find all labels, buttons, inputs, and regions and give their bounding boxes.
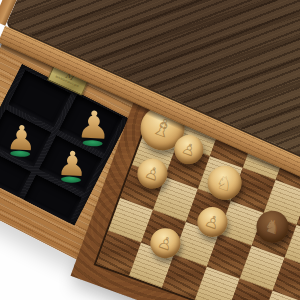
stored-pawn-glyph: ♟ — [75, 105, 111, 145]
white-knight-glyph: ♘ — [213, 171, 236, 195]
black-knight-glyph: ♞ — [262, 216, 283, 238]
white-pawn-glyph: ♙ — [142, 163, 162, 184]
stored-white-pawn-1: ♟ — [5, 120, 37, 158]
board-piece-white-pawn: ♙ — [146, 224, 184, 262]
white-pawn-glyph: ♙ — [179, 140, 198, 160]
board-piece-white-knight: ♘ — [203, 161, 247, 205]
chess-set-product-photo: ♟♟♟ M MANOPOULOS ♗♙♙♘♙♙♞ — [0, 0, 300, 300]
board-piece-white-pawn: ♙ — [193, 203, 231, 241]
board-piece-white-pawn: ♙ — [133, 154, 171, 192]
white-pawn-glyph: ♙ — [202, 211, 222, 232]
board-piece-black-knight: ♞ — [252, 206, 293, 247]
stored-white-pawn-2: ♟ — [55, 146, 87, 184]
stored-white-pawn-0: ♟ — [75, 105, 111, 147]
white-pawn-glyph: ♙ — [155, 233, 175, 254]
